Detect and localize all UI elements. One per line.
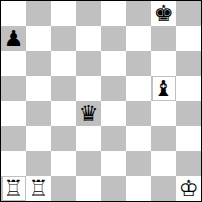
square-e6[interactable] (101, 51, 126, 76)
square-f7[interactable] (126, 26, 151, 51)
square-a2[interactable] (1, 151, 26, 176)
square-a8[interactable] (1, 1, 26, 26)
square-e2[interactable] (101, 151, 126, 176)
square-g4[interactable] (151, 101, 176, 126)
square-e7[interactable] (101, 26, 126, 51)
square-f4[interactable] (126, 101, 151, 126)
square-b4[interactable] (26, 101, 51, 126)
square-c2[interactable] (51, 151, 76, 176)
square-d3[interactable] (76, 126, 101, 151)
square-h3[interactable] (176, 126, 201, 151)
square-e8[interactable] (101, 1, 126, 26)
square-h4[interactable] (176, 101, 201, 126)
chess-board: ♚♟♝♛♖♖♔ (0, 0, 202, 202)
square-f1[interactable] (126, 176, 151, 201)
square-a7[interactable]: ♟ (1, 26, 26, 51)
square-h6[interactable] (176, 51, 201, 76)
black-bishop-piece: ♝ (153, 77, 175, 100)
square-f5[interactable] (126, 76, 151, 101)
square-b6[interactable] (26, 51, 51, 76)
square-b2[interactable] (26, 151, 51, 176)
square-f6[interactable] (126, 51, 151, 76)
black-king-piece: ♚ (154, 1, 174, 26)
square-f2[interactable] (126, 151, 151, 176)
square-c7[interactable] (51, 26, 76, 51)
square-g8[interactable]: ♚ (151, 1, 176, 26)
square-a3[interactable] (1, 126, 26, 151)
square-a5[interactable] (1, 76, 26, 101)
square-b7[interactable] (26, 26, 51, 51)
square-c6[interactable] (51, 51, 76, 76)
square-g5[interactable]: ♝ (151, 76, 176, 101)
square-a1[interactable]: ♖ (1, 176, 26, 201)
square-a6[interactable] (1, 51, 26, 76)
square-c4[interactable] (51, 101, 76, 126)
square-g6[interactable] (151, 51, 176, 76)
square-g1[interactable] (151, 176, 176, 201)
square-d8[interactable] (76, 1, 101, 26)
white-rook-piece: ♖ (29, 176, 49, 201)
square-g3[interactable] (151, 126, 176, 151)
square-b5[interactable] (26, 76, 51, 101)
square-e1[interactable] (101, 176, 126, 201)
white-rook-piece: ♖ (3, 177, 25, 200)
square-d1[interactable] (76, 176, 101, 201)
black-queen-piece: ♛ (79, 101, 99, 126)
square-b3[interactable] (26, 126, 51, 151)
square-b8[interactable] (26, 1, 51, 26)
black-pawn-piece: ♟ (4, 26, 24, 51)
square-c8[interactable] (51, 1, 76, 26)
square-d2[interactable] (76, 151, 101, 176)
square-h1[interactable]: ♔ (176, 176, 201, 201)
square-f3[interactable] (126, 126, 151, 151)
square-d7[interactable] (76, 26, 101, 51)
square-e5[interactable] (101, 76, 126, 101)
square-g7[interactable] (151, 26, 176, 51)
square-e3[interactable] (101, 126, 126, 151)
square-h5[interactable] (176, 76, 201, 101)
white-king-piece: ♔ (179, 176, 199, 201)
square-f8[interactable] (126, 1, 151, 26)
square-g2[interactable] (151, 151, 176, 176)
square-c1[interactable] (51, 176, 76, 201)
square-h8[interactable] (176, 1, 201, 26)
square-d4[interactable]: ♛ (76, 101, 101, 126)
square-d6[interactable] (76, 51, 101, 76)
square-c5[interactable] (51, 76, 76, 101)
square-h2[interactable] (176, 151, 201, 176)
square-e4[interactable] (101, 101, 126, 126)
square-h7[interactable] (176, 26, 201, 51)
square-d5[interactable] (76, 76, 101, 101)
square-b1[interactable]: ♖ (26, 176, 51, 201)
square-a4[interactable] (1, 101, 26, 126)
square-c3[interactable] (51, 126, 76, 151)
